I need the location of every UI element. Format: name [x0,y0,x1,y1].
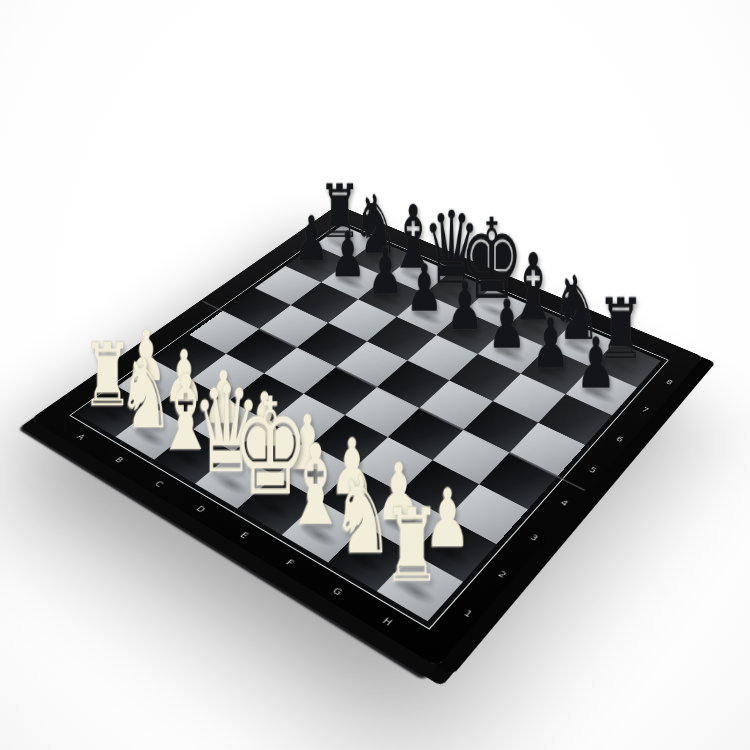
rank-label-4: 4 [559,499,570,508]
board-inner-border: ♜♞♝♛♚♝♞♜♟♟♟♟♟♟♟♟♟♟♟♟♟♟♟♟♜♞♝♛♚♝♞♜ [69,221,669,629]
file-label-d: D [194,505,207,514]
file-label-h: H [380,616,393,627]
file-label-e: E [238,531,250,540]
rank-label-3: 3 [528,533,539,542]
file-label-b: B [113,456,125,464]
piece-white-rook-h1[interactable]: ♜ [345,498,479,595]
board-grid: ♜♞♝♛♚♝♞♜♟♟♟♟♟♟♟♟♟♟♟♟♟♟♟♟♜♞♝♛♚♝♞♜ [78,225,661,621]
file-label-c: C [153,480,165,489]
square-h7[interactable]: ♟ [565,367,637,415]
rank-label-2: 2 [496,570,507,580]
rank-label-6: 6 [615,436,625,444]
chess-board: ♜♞♝♛♚♝♞♜♟♟♟♟♟♟♟♟♟♟♟♟♟♟♟♟♜♞♝♛♚♝♞♜ ABCDEFG… [31,205,704,667]
rank-label-7: 7 [640,407,650,414]
square-h1[interactable]: ♜ [377,553,463,621]
rank-label-5: 5 [587,466,597,474]
scene: ♜♞♝♛♚♝♞♜♟♟♟♟♟♟♟♟♟♟♟♟♟♟♟♟♜♞♝♛♚♝♞♜ ABCDEFG… [0,0,750,750]
piece-black-pawn-h7[interactable]: ♟ [539,330,652,397]
file-label-a: A [75,433,87,441]
rank-label-1: 1 [462,609,474,619]
rank-label-8: 8 [664,379,673,386]
file-label-g: G [330,587,343,598]
file-label-f: F [284,559,295,568]
board-frame: ♜♞♝♛♚♝♞♜♟♟♟♟♟♟♟♟♟♟♟♟♟♟♟♟♜♞♝♛♚♝♞♜ ABCDEFG… [31,205,704,667]
